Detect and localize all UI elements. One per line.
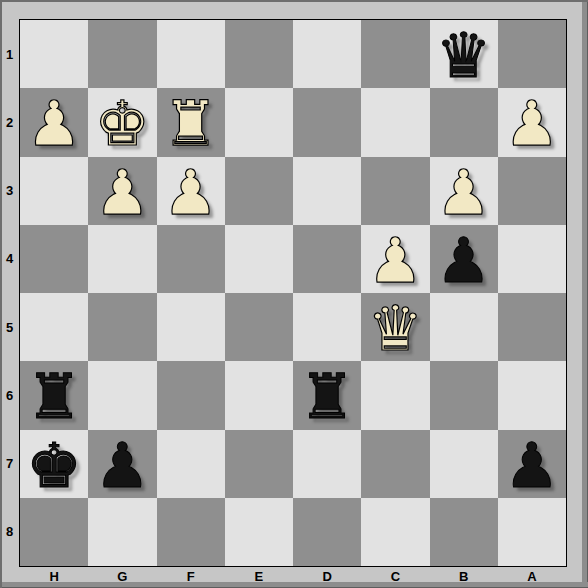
square-h6[interactable]: ♜ <box>20 361 88 429</box>
square-e8[interactable] <box>225 498 293 566</box>
square-c1[interactable] <box>361 20 429 88</box>
square-a7[interactable]: ♟ <box>498 430 566 498</box>
square-e7[interactable] <box>225 430 293 498</box>
file-label-b: B <box>430 566 498 586</box>
square-d1[interactable] <box>293 20 361 88</box>
square-b6[interactable] <box>430 361 498 429</box>
square-b4[interactable]: ♟ <box>430 225 498 293</box>
square-h2[interactable]: ♟ <box>20 88 88 156</box>
square-a2[interactable]: ♟ <box>498 88 566 156</box>
square-d4[interactable] <box>293 225 361 293</box>
square-h4[interactable] <box>20 225 88 293</box>
square-g3[interactable]: ♟ <box>88 157 156 225</box>
rank-label-7: 7 <box>0 430 19 498</box>
rank-label-6: 6 <box>0 361 19 429</box>
square-a3[interactable] <box>498 157 566 225</box>
rank-label-8: 8 <box>0 498 19 566</box>
piece-black-king[interactable]: ♚ <box>26 428 82 500</box>
square-a1[interactable] <box>498 20 566 88</box>
square-d7[interactable] <box>293 430 361 498</box>
square-g1[interactable] <box>88 20 156 88</box>
square-b5[interactable] <box>430 293 498 361</box>
square-c8[interactable] <box>361 498 429 566</box>
square-e4[interactable] <box>225 225 293 293</box>
square-g8[interactable] <box>88 498 156 566</box>
square-f8[interactable] <box>157 498 225 566</box>
file-label-d: D <box>293 566 361 586</box>
square-d2[interactable] <box>293 88 361 156</box>
square-b2[interactable] <box>430 88 498 156</box>
piece-white-king[interactable]: ♚ <box>95 86 151 158</box>
piece-black-pawn[interactable]: ♟ <box>95 428 151 500</box>
piece-white-pawn[interactable]: ♟ <box>26 86 82 158</box>
piece-black-rook[interactable]: ♜ <box>299 359 355 431</box>
square-c7[interactable] <box>361 430 429 498</box>
square-c4[interactable]: ♟ <box>361 225 429 293</box>
rank-label-1: 1 <box>0 20 19 88</box>
square-b7[interactable] <box>430 430 498 498</box>
square-f1[interactable] <box>157 20 225 88</box>
square-b1[interactable]: ♛ <box>430 20 498 88</box>
square-a6[interactable] <box>498 361 566 429</box>
square-c2[interactable] <box>361 88 429 156</box>
square-b3[interactable]: ♟ <box>430 157 498 225</box>
chess-app-window: 12345678 ♛♟♚♜♟♟♟♟♟♟♛♜♜♚♟♟ HGFEDCBA <box>0 0 588 588</box>
window-bevel-right <box>582 2 588 588</box>
square-f2[interactable]: ♜ <box>157 88 225 156</box>
file-label-h: H <box>20 566 88 586</box>
square-b8[interactable] <box>430 498 498 566</box>
square-e2[interactable] <box>225 88 293 156</box>
square-g6[interactable] <box>88 361 156 429</box>
square-c3[interactable] <box>361 157 429 225</box>
piece-black-pawn[interactable]: ♟ <box>436 223 492 295</box>
piece-white-queen[interactable]: ♛ <box>368 291 424 363</box>
square-a5[interactable] <box>498 293 566 361</box>
rank-label-3: 3 <box>0 157 19 225</box>
chess-board[interactable]: ♛♟♚♜♟♟♟♟♟♟♛♜♜♚♟♟ <box>19 19 567 567</box>
square-d8[interactable] <box>293 498 361 566</box>
file-label-f: F <box>157 566 225 586</box>
square-e6[interactable] <box>225 361 293 429</box>
window-bevel-top <box>0 0 588 2</box>
piece-white-rook[interactable]: ♜ <box>163 86 219 158</box>
square-f4[interactable] <box>157 225 225 293</box>
square-h8[interactable] <box>20 498 88 566</box>
square-e5[interactable] <box>225 293 293 361</box>
file-labels: HGFEDCBA <box>20 566 566 586</box>
square-g7[interactable]: ♟ <box>88 430 156 498</box>
square-d6[interactable]: ♜ <box>293 361 361 429</box>
square-d5[interactable] <box>293 293 361 361</box>
square-g4[interactable] <box>88 225 156 293</box>
file-label-e: E <box>225 566 293 586</box>
piece-white-pawn[interactable]: ♟ <box>368 223 424 295</box>
square-c5[interactable]: ♛ <box>361 293 429 361</box>
square-h1[interactable] <box>20 20 88 88</box>
piece-black-rook[interactable]: ♜ <box>26 359 82 431</box>
square-c6[interactable] <box>361 361 429 429</box>
square-f3[interactable]: ♟ <box>157 157 225 225</box>
square-f7[interactable] <box>157 430 225 498</box>
file-label-c: C <box>361 566 429 586</box>
square-e1[interactable] <box>225 20 293 88</box>
square-f5[interactable] <box>157 293 225 361</box>
piece-white-pawn[interactable]: ♟ <box>504 86 560 158</box>
piece-black-queen[interactable]: ♛ <box>436 18 492 90</box>
rank-labels: 12345678 <box>0 20 19 566</box>
square-a8[interactable] <box>498 498 566 566</box>
square-a4[interactable] <box>498 225 566 293</box>
file-label-a: A <box>498 566 566 586</box>
piece-white-pawn[interactable]: ♟ <box>95 155 151 227</box>
square-h3[interactable] <box>20 157 88 225</box>
rank-label-4: 4 <box>0 225 19 293</box>
rank-label-2: 2 <box>0 88 19 156</box>
square-f6[interactable] <box>157 361 225 429</box>
piece-white-pawn[interactable]: ♟ <box>163 155 219 227</box>
square-h5[interactable] <box>20 293 88 361</box>
piece-white-pawn[interactable]: ♟ <box>436 155 492 227</box>
square-g2[interactable]: ♚ <box>88 88 156 156</box>
file-label-g: G <box>88 566 156 586</box>
square-e3[interactable] <box>225 157 293 225</box>
square-d3[interactable] <box>293 157 361 225</box>
square-g5[interactable] <box>88 293 156 361</box>
rank-label-5: 5 <box>0 293 19 361</box>
piece-black-pawn[interactable]: ♟ <box>504 428 560 500</box>
square-h7[interactable]: ♚ <box>20 430 88 498</box>
